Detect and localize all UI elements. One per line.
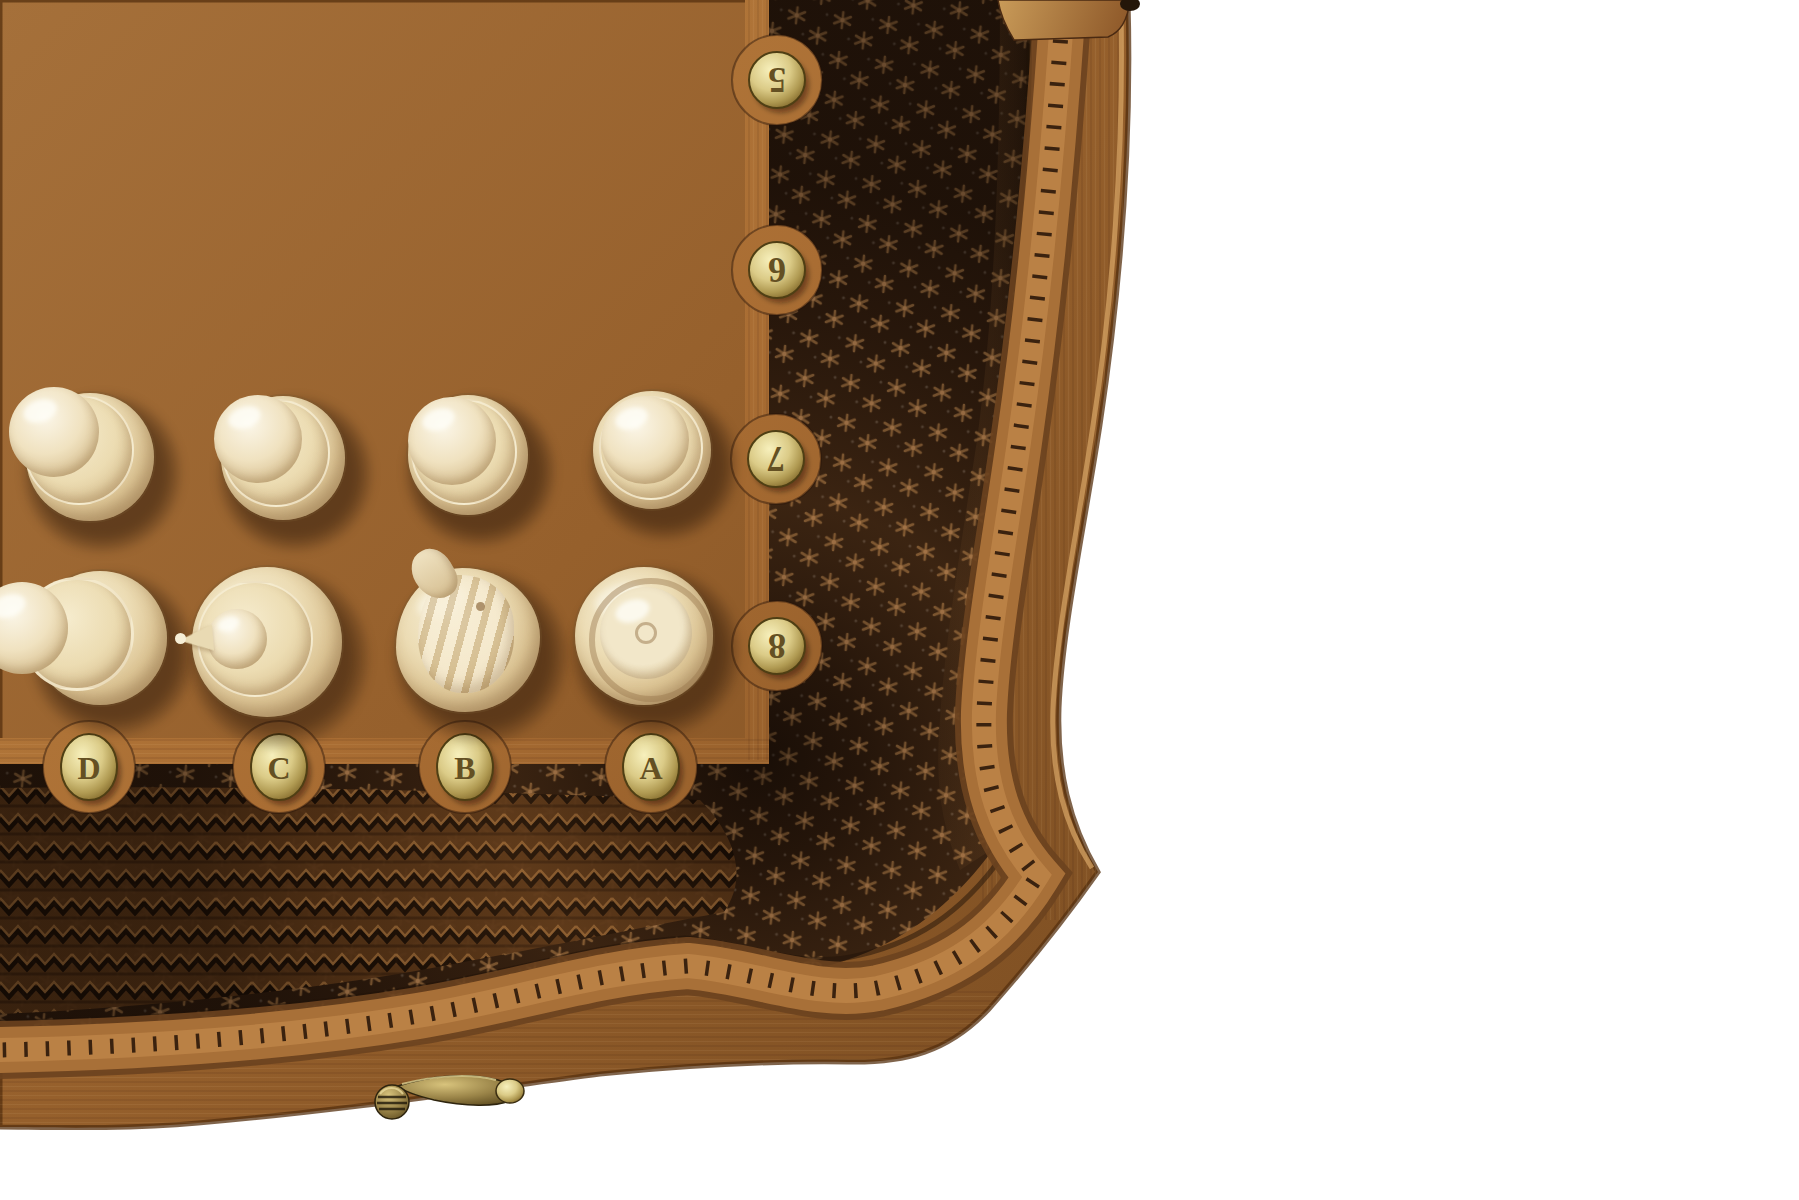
rank-pin-7: 7 bbox=[748, 431, 804, 487]
rank-pin-6: 6 bbox=[749, 242, 805, 298]
svg-text:6: 6 bbox=[768, 250, 786, 290]
top-rim-cap bbox=[998, 0, 1130, 40]
svg-text:A: A bbox=[639, 750, 662, 786]
file-pin-d: D bbox=[61, 734, 117, 800]
rank-pin-5: 5 bbox=[749, 52, 805, 108]
rank-pin-8: 8 bbox=[749, 618, 805, 674]
chess-board-photo: 5 6 7 8 D C B bbox=[0, 0, 1799, 1200]
svg-text:C: C bbox=[267, 750, 290, 786]
file-pin-c: C bbox=[251, 734, 307, 800]
file-pin-b: B bbox=[437, 734, 493, 800]
file-pin-a: A bbox=[623, 734, 679, 800]
carved-case: 5 6 7 8 D C B bbox=[0, 0, 1799, 1200]
svg-text:B: B bbox=[454, 750, 475, 786]
svg-text:5: 5 bbox=[768, 60, 786, 100]
svg-text:D: D bbox=[77, 750, 100, 786]
svg-text:8: 8 bbox=[768, 626, 786, 666]
svg-text:7: 7 bbox=[767, 439, 785, 479]
